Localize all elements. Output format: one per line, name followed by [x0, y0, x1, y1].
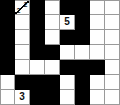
empty-cell[interactable]: [60, 75, 75, 90]
filled-cell[interactable]: 3: [15, 90, 30, 105]
empty-cell[interactable]: [0, 90, 15, 105]
black-cell: [0, 30, 15, 45]
black-cell: [0, 15, 15, 30]
clue-across: 2: [24, 1, 28, 8]
empty-cell[interactable]: [105, 45, 120, 60]
empty-cell[interactable]: [15, 15, 30, 30]
black-cell: [75, 60, 90, 75]
black-cell: [45, 90, 60, 105]
empty-cell[interactable]: [45, 30, 60, 45]
black-cell: [45, 75, 60, 90]
empty-cell[interactable]: [75, 45, 90, 60]
black-cell: [75, 0, 90, 15]
black-cell: [75, 15, 90, 30]
black-cell: [30, 15, 45, 30]
empty-cell[interactable]: [45, 15, 60, 30]
black-cell: [30, 90, 45, 105]
empty-cell[interactable]: [105, 15, 120, 30]
empty-cell[interactable]: [105, 60, 120, 75]
empty-cell[interactable]: [15, 45, 30, 60]
empty-cell[interactable]: [90, 75, 105, 90]
black-cell: [15, 75, 30, 90]
cell-digit: 5: [64, 17, 70, 27]
empty-cell[interactable]: [105, 90, 120, 105]
black-cell: [0, 45, 15, 60]
empty-cell[interactable]: [105, 75, 120, 90]
black-cell: [30, 0, 45, 15]
black-cell: [75, 30, 90, 45]
black-cell: [0, 60, 15, 75]
empty-cell[interactable]: [45, 0, 60, 15]
black-cell: [60, 30, 75, 45]
empty-cell[interactable]: [105, 0, 120, 15]
empty-cell[interactable]: [90, 15, 105, 30]
empty-cell[interactable]: [0, 75, 15, 90]
empty-cell[interactable]: [90, 0, 105, 15]
clue-down: 2: [17, 7, 21, 14]
clue-cell: 22: [15, 0, 30, 15]
empty-cell[interactable]: [90, 45, 105, 60]
empty-cell[interactable]: [15, 30, 30, 45]
black-cell: [75, 90, 90, 105]
black-cell: [30, 45, 45, 60]
empty-cell[interactable]: [15, 60, 30, 75]
empty-cell[interactable]: [60, 90, 75, 105]
empty-cell[interactable]: [60, 45, 75, 60]
black-cell: [60, 60, 75, 75]
black-cell: [0, 0, 15, 15]
black-cell: [30, 30, 45, 45]
black-cell: [30, 75, 45, 90]
black-cell: [90, 60, 105, 75]
black-cell: [45, 45, 60, 60]
empty-cell[interactable]: [45, 60, 60, 75]
empty-cell[interactable]: [30, 60, 45, 75]
cell-digit: 3: [19, 92, 25, 102]
black-cell: [75, 75, 90, 90]
empty-cell[interactable]: [90, 90, 105, 105]
kakuro-board: 2253: [0, 0, 120, 105]
black-cell: [60, 0, 75, 15]
empty-cell[interactable]: [105, 30, 120, 45]
filled-cell[interactable]: 5: [60, 15, 75, 30]
empty-cell[interactable]: [90, 30, 105, 45]
